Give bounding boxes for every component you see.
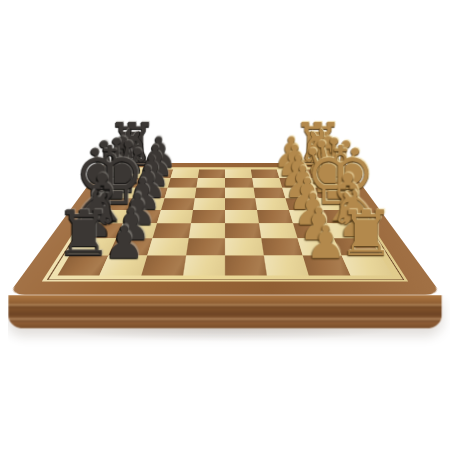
- square-g5: [186, 238, 225, 255]
- square-a4: [225, 170, 252, 179]
- square-h7: ♟: [99, 256, 147, 276]
- square-f4: [225, 223, 261, 238]
- square-h4: [225, 256, 267, 276]
- square-f3: [259, 223, 298, 238]
- border-strip: ♜♟♟♜♞♟♟♞♝♟♟♝♛♟♟♛♚♟♟♚♝♟♟♝♞♟♟♞♜♟♟♜: [42, 167, 408, 281]
- square-d5: [193, 198, 225, 210]
- square-e4: [225, 210, 259, 223]
- square-g3: [261, 238, 302, 255]
- square-a5: [198, 170, 225, 179]
- square-e6: [157, 210, 193, 223]
- square-g6: [147, 238, 188, 255]
- square-b5: [196, 178, 225, 188]
- square-c5: [195, 188, 225, 199]
- square-h6: [141, 256, 186, 276]
- square-g4: [225, 238, 264, 255]
- chess-set-photo: ♜♟♟♜♞♟♟♞♝♟♟♝♛♟♟♛♚♟♟♚♝♟♟♝♞♟♟♞♜♟♟♜: [0, 0, 450, 450]
- square-b4: [225, 178, 254, 188]
- square-f6: [152, 223, 191, 238]
- chess-board: ♜♟♟♜♞♟♟♞♝♟♟♝♛♟♟♛♚♟♟♚♝♟♟♝♞♟♟♞♜♟♟♜: [8, 163, 442, 295]
- piece-black-pawn: ♟: [104, 220, 145, 265]
- square-h1: ♜: [342, 256, 393, 276]
- square-c4: [225, 188, 255, 199]
- square-h3: [264, 256, 309, 276]
- square-h5: [183, 256, 225, 276]
- square-f5: [189, 223, 225, 238]
- square-d4: [225, 198, 257, 210]
- piece-white-rook: ♜: [338, 202, 394, 265]
- board-grid: ♜♟♟♜♞♟♟♞♝♟♟♝♛♟♟♛♚♟♟♚♝♟♟♝♞♟♟♞♜♟♟♜: [58, 170, 393, 276]
- board-front-edge: [8, 295, 442, 329]
- square-e5: [191, 210, 225, 223]
